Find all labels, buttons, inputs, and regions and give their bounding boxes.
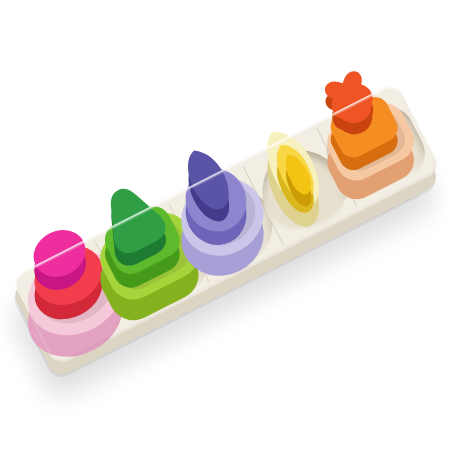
sorting-tray-board — [11, 81, 441, 366]
product-photo — [0, 0, 450, 450]
